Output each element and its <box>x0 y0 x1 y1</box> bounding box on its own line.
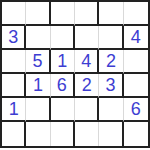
given-digit: 1 <box>9 100 19 118</box>
cell-r1c4[interactable] <box>75 2 99 26</box>
cell-r4c3: 6 <box>51 74 75 98</box>
given-digit: 3 <box>8 28 18 46</box>
cell-r2c4[interactable] <box>75 26 99 50</box>
given-digit: 5 <box>32 52 42 70</box>
given-digit: 2 <box>106 52 116 70</box>
cell-r2c1: 3 <box>2 26 26 50</box>
cell-r5c2[interactable] <box>26 98 50 122</box>
cell-r4c5: 3 <box>99 74 123 98</box>
cell-r3c3: 1 <box>51 50 75 74</box>
given-digit: 3 <box>105 76 115 94</box>
cell-r6c4[interactable] <box>75 122 99 146</box>
cell-r3c5: 2 <box>99 50 123 74</box>
cell-r5c1: 1 <box>2 98 26 122</box>
cell-r6c5[interactable] <box>99 122 123 146</box>
given-digit: 1 <box>33 76 43 94</box>
cell-r6c2[interactable] <box>26 122 50 146</box>
cell-r4c1[interactable] <box>2 74 26 98</box>
cell-r3c6[interactable] <box>124 50 148 74</box>
cell-r1c1[interactable] <box>2 2 26 26</box>
cell-r6c6[interactable] <box>124 122 148 146</box>
cell-r3c1[interactable] <box>2 50 26 74</box>
given-digit: 6 <box>131 100 141 118</box>
cell-r1c5[interactable] <box>99 2 123 26</box>
cell-r2c6: 4 <box>124 26 148 50</box>
cell-r3c2: 5 <box>26 50 50 74</box>
cell-r6c1[interactable] <box>2 122 26 146</box>
cell-r4c2: 1 <box>26 74 50 98</box>
cell-r5c5[interactable] <box>99 98 123 122</box>
cell-r2c2[interactable] <box>26 26 50 50</box>
cell-r4c6[interactable] <box>124 74 148 98</box>
cell-r1c3[interactable] <box>51 2 75 26</box>
cell-r2c5[interactable] <box>99 26 123 50</box>
cell-r5c4[interactable] <box>75 98 99 122</box>
cell-r1c2[interactable] <box>26 2 50 26</box>
given-digit: 1 <box>57 52 67 70</box>
given-digit: 4 <box>81 52 91 70</box>
cell-r4c4: 2 <box>75 74 99 98</box>
cell-r5c6: 6 <box>124 98 148 122</box>
cell-r5c3[interactable] <box>51 98 75 122</box>
cell-r1c6[interactable] <box>124 2 148 26</box>
given-digit: 4 <box>131 28 141 46</box>
cell-r2c3[interactable] <box>51 26 75 50</box>
cell-r6c3[interactable] <box>51 122 75 146</box>
cell-r3c4: 4 <box>75 50 99 74</box>
puzzle-board: 345142162316 <box>0 0 150 148</box>
given-digit: 6 <box>57 76 67 94</box>
given-digit: 2 <box>82 76 92 94</box>
